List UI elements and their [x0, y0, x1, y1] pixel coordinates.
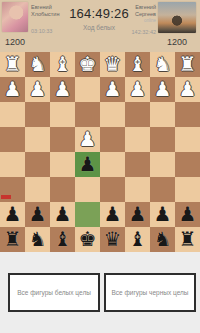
square[interactable]: ♟	[0, 77, 25, 102]
chess-app-screen: Евгений Хлобыстин 03:10:33 1200 164:49:2…	[0, 0, 200, 333]
square[interactable]: ♟	[50, 77, 75, 102]
left-player-time: 03:10:33	[31, 27, 61, 35]
white-piece[interactable]: ♟	[50, 77, 75, 102]
white-piece[interactable]: ♟	[150, 77, 175, 102]
square[interactable]	[125, 102, 150, 127]
square[interactable]: ♛	[100, 52, 125, 77]
square[interactable]	[25, 152, 50, 177]
square[interactable]: ♝	[125, 52, 150, 77]
right-player-name-line2: Сергеев	[118, 11, 156, 18]
chess-board[interactable]: ♜♞♝♚♛♝♞♜♟♟♟♟♟♟♟♟♟♟♟♟♟♟♟♟♜♞♝♚♛♝♞♜	[0, 52, 200, 252]
square[interactable]	[50, 102, 75, 127]
square[interactable]: ♟	[25, 77, 50, 102]
black-piece[interactable]: ♝	[50, 227, 75, 252]
square[interactable]: ♟	[0, 202, 25, 227]
left-player-name-line2: Хлобыстин	[31, 11, 61, 18]
black-piece[interactable]: ♚	[75, 227, 100, 252]
black-piece[interactable]: ♟	[50, 202, 75, 227]
black-piece[interactable]: ♜	[175, 227, 200, 252]
black-piece[interactable]: ♟	[100, 202, 125, 227]
square[interactable]: ♟	[50, 202, 75, 227]
square[interactable]	[0, 152, 25, 177]
square[interactable]	[50, 152, 75, 177]
square[interactable]	[50, 127, 75, 152]
right-player-status: online	[118, 18, 156, 24]
black-piece[interactable]: ♝	[125, 227, 150, 252]
square[interactable]: ♞	[150, 52, 175, 77]
square[interactable]	[100, 177, 125, 202]
right-player-time: 142:32:42	[118, 28, 156, 36]
white-pieces-status-box[interactable]: Все фигуры белых целы	[8, 273, 100, 312]
white-piece[interactable]: ♛	[100, 52, 125, 77]
left-player-rating: 1200	[0, 37, 30, 47]
square[interactable]: ♟	[175, 77, 200, 102]
square[interactable]	[25, 177, 50, 202]
black-pieces-status-box[interactable]: Все фигуры черных целы	[104, 273, 196, 312]
square[interactable]	[175, 127, 200, 152]
white-piece[interactable]: ♞	[150, 52, 175, 77]
footer: Все фигуры белых целы Все фигуры черных …	[0, 252, 200, 333]
black-pieces-status-label: Все фигуры черных целы	[111, 289, 188, 296]
square[interactable]	[100, 102, 125, 127]
black-piece[interactable]: ♛	[100, 227, 125, 252]
white-piece[interactable]: ♝	[50, 52, 75, 77]
square[interactable]	[75, 77, 100, 102]
square[interactable]: ♜	[175, 52, 200, 77]
black-piece[interactable]: ♟	[75, 152, 100, 177]
square[interactable]	[150, 127, 175, 152]
square[interactable]: ♟	[75, 127, 100, 152]
square[interactable]: ♟	[150, 77, 175, 102]
white-piece[interactable]: ♞	[25, 52, 50, 77]
white-piece[interactable]: ♟	[100, 77, 125, 102]
white-piece[interactable]: ♟	[125, 77, 150, 102]
square[interactable]	[150, 152, 175, 177]
square[interactable]	[150, 102, 175, 127]
right-player-rating: 1200	[158, 37, 196, 47]
square[interactable]	[175, 177, 200, 202]
black-piece[interactable]: ♞	[25, 227, 50, 252]
square[interactable]: ♜	[0, 52, 25, 77]
square[interactable]	[75, 202, 100, 227]
square[interactable]: ♟	[175, 202, 200, 227]
white-piece[interactable]: ♜	[175, 52, 200, 77]
square[interactable]: ♞	[25, 227, 50, 252]
square[interactable]: ♞	[25, 52, 50, 77]
white-piece[interactable]: ♚	[75, 52, 100, 77]
black-piece[interactable]: ♟	[0, 202, 25, 227]
square[interactable]	[25, 127, 50, 152]
black-piece[interactable]: ♟	[150, 202, 175, 227]
square[interactable]	[0, 102, 25, 127]
square[interactable]: ♟	[75, 152, 100, 177]
square[interactable]: ♚	[75, 52, 100, 77]
right-player-name-line1: Евгений	[118, 4, 156, 11]
square[interactable]	[75, 102, 100, 127]
square[interactable]	[175, 152, 200, 177]
black-piece[interactable]: ♜	[0, 227, 25, 252]
black-piece[interactable]: ♟	[175, 202, 200, 227]
square[interactable]: ♟	[100, 77, 125, 102]
square[interactable]	[175, 102, 200, 127]
square[interactable]: ♟	[125, 77, 150, 102]
square[interactable]: ♜	[0, 227, 25, 252]
square[interactable]: ♚	[75, 227, 100, 252]
white-piece[interactable]: ♟	[75, 127, 100, 152]
white-piece[interactable]: ♟	[25, 77, 50, 102]
square[interactable]	[100, 127, 125, 152]
square[interactable]	[125, 127, 150, 152]
square[interactable]	[125, 152, 150, 177]
square[interactable]: ♟	[25, 202, 50, 227]
square[interactable]: ♟	[125, 202, 150, 227]
white-pieces-status-label: Все фигуры белых целы	[17, 289, 91, 296]
square[interactable]	[100, 152, 125, 177]
square[interactable]	[25, 102, 50, 127]
white-piece[interactable]: ♜	[0, 52, 25, 77]
square[interactable]	[125, 177, 150, 202]
square[interactable]: ♝	[50, 227, 75, 252]
square[interactable]	[50, 177, 75, 202]
square[interactable]	[150, 177, 175, 202]
square[interactable]	[75, 177, 100, 202]
white-piece[interactable]: ♟	[175, 77, 200, 102]
square[interactable]: ♜	[175, 227, 200, 252]
square[interactable]: ♛	[100, 227, 125, 252]
square[interactable]: ♟	[150, 202, 175, 227]
black-piece[interactable]: ♟	[125, 202, 150, 227]
square[interactable]: ♝	[50, 52, 75, 77]
square[interactable]	[0, 127, 25, 152]
white-piece[interactable]: ♟	[0, 77, 25, 102]
left-player-name-line1: Евгений	[31, 4, 61, 11]
square[interactable]: ♞	[150, 227, 175, 252]
black-piece[interactable]: ♞	[150, 227, 175, 252]
red-mark	[1, 195, 11, 199]
left-player-avatar[interactable]	[2, 2, 28, 32]
header: Евгений Хлобыстин 03:10:33 1200 164:49:2…	[0, 0, 200, 52]
left-player-info: Евгений Хлобыстин 03:10:33	[31, 4, 61, 35]
square[interactable]: ♟	[100, 202, 125, 227]
right-player-avatar[interactable]	[158, 2, 196, 33]
black-piece[interactable]: ♟	[25, 202, 50, 227]
right-player-info: Евгений Сергеев online 142:32:42	[118, 4, 156, 36]
white-piece[interactable]: ♝	[125, 52, 150, 77]
square[interactable]: ♝	[125, 227, 150, 252]
